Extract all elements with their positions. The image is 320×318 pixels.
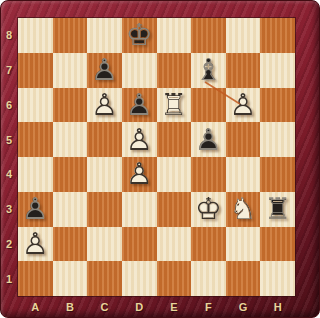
rank-label-7: 7 xyxy=(0,53,18,88)
piece-outline: ♔ xyxy=(122,18,157,53)
square-e4 xyxy=(157,157,192,192)
square-a1 xyxy=(18,261,53,296)
rank-label-6: 6 xyxy=(0,88,18,123)
square-e3 xyxy=(157,192,192,227)
square-f3: ♚♔ xyxy=(191,192,226,227)
square-h8 xyxy=(260,18,295,53)
rank-label-2: 2 xyxy=(0,227,18,262)
square-a4 xyxy=(18,157,53,192)
square-b7 xyxy=(53,53,88,88)
square-b4 xyxy=(53,157,88,192)
square-g8 xyxy=(226,18,261,53)
chess-diagram: 87654321 ABCDEFGH ♚♔♟♙♝♗♟♙♟♙♜♖♟♙♟♙♟♙♟♙♟♙… xyxy=(0,0,320,318)
square-f4 xyxy=(191,157,226,192)
square-h4 xyxy=(260,157,295,192)
file-label-c: C xyxy=(87,296,122,318)
square-h1 xyxy=(260,261,295,296)
black-pawn-c7: ♟♙ xyxy=(87,53,122,88)
square-c6: ♟♙ xyxy=(87,88,122,123)
square-e5 xyxy=(157,122,192,157)
file-label-b: B xyxy=(53,296,88,318)
piece-outline: ♙ xyxy=(87,53,122,88)
square-d2 xyxy=(122,227,157,262)
square-a2: ♟♙ xyxy=(18,227,53,262)
file-label-f: F xyxy=(191,296,226,318)
square-b1 xyxy=(53,261,88,296)
square-h2 xyxy=(260,227,295,262)
square-g4 xyxy=(226,157,261,192)
square-d4: ♟♙ xyxy=(122,157,157,192)
square-g5 xyxy=(226,122,261,157)
square-f1 xyxy=(191,261,226,296)
white-pawn-c6: ♟♙ xyxy=(87,88,122,123)
white-pawn-d4: ♟♙ xyxy=(122,157,157,192)
piece-outline: ♗ xyxy=(191,53,226,88)
square-c7: ♟♙ xyxy=(87,53,122,88)
square-g2 xyxy=(226,227,261,262)
file-label-e: E xyxy=(157,296,192,318)
rank-label-4: 4 xyxy=(0,157,18,192)
piece-outline: ♙ xyxy=(87,88,122,123)
rank-label-5: 5 xyxy=(0,122,18,157)
square-a6 xyxy=(18,88,53,123)
square-g6: ♟♙ xyxy=(226,88,261,123)
square-d1 xyxy=(122,261,157,296)
black-bishop-f7: ♝♗ xyxy=(191,53,226,88)
square-e2 xyxy=(157,227,192,262)
square-d3 xyxy=(122,192,157,227)
white-rook-e6: ♜♖ xyxy=(157,88,192,123)
square-c1 xyxy=(87,261,122,296)
piece-outline: ♙ xyxy=(122,157,157,192)
square-b6 xyxy=(53,88,88,123)
square-g3: ♞♘ xyxy=(226,192,261,227)
file-labels: ABCDEFGH xyxy=(18,296,295,318)
square-e7 xyxy=(157,53,192,88)
file-label-h: H xyxy=(260,296,295,318)
square-c5 xyxy=(87,122,122,157)
white-pawn-d5: ♟♙ xyxy=(122,122,157,157)
rank-labels: 87654321 xyxy=(0,18,18,296)
square-f5: ♟♙ xyxy=(191,122,226,157)
square-f2 xyxy=(191,227,226,262)
square-a8 xyxy=(18,18,53,53)
white-pawn-g6: ♟♙ xyxy=(226,88,261,123)
square-g7 xyxy=(226,53,261,88)
black-pawn-d6: ♟♙ xyxy=(122,88,157,123)
square-c8 xyxy=(87,18,122,53)
square-d8: ♚♔ xyxy=(122,18,157,53)
square-f8 xyxy=(191,18,226,53)
chess-board: ♚♔♟♙♝♗♟♙♟♙♜♖♟♙♟♙♟♙♟♙♟♙♚♔♞♘♜♖♟♙ xyxy=(18,18,295,296)
black-pawn-a3: ♟♙ xyxy=(18,192,53,227)
file-label-a: A xyxy=(18,296,53,318)
square-h5 xyxy=(260,122,295,157)
square-b2 xyxy=(53,227,88,262)
square-h7 xyxy=(260,53,295,88)
rank-label-3: 3 xyxy=(0,192,18,227)
square-b8 xyxy=(53,18,88,53)
piece-outline: ♘ xyxy=(226,192,261,227)
rank-label-1: 1 xyxy=(0,261,18,296)
square-b5 xyxy=(53,122,88,157)
square-d6: ♟♙ xyxy=(122,88,157,123)
square-e1 xyxy=(157,261,192,296)
file-label-g: G xyxy=(226,296,261,318)
square-c2 xyxy=(87,227,122,262)
black-rook-h3: ♜♖ xyxy=(260,192,295,227)
square-d7 xyxy=(122,53,157,88)
white-king-f3: ♚♔ xyxy=(191,192,226,227)
rank-label-8: 8 xyxy=(0,18,18,53)
white-pawn-a2: ♟♙ xyxy=(18,227,53,262)
piece-outline: ♔ xyxy=(191,192,226,227)
piece-outline: ♙ xyxy=(191,122,226,157)
black-king-d8: ♚♔ xyxy=(122,18,157,53)
file-label-d: D xyxy=(122,296,157,318)
piece-outline: ♙ xyxy=(18,227,53,262)
piece-outline: ♖ xyxy=(260,192,295,227)
piece-outline: ♙ xyxy=(226,88,261,123)
square-h6 xyxy=(260,88,295,123)
square-e6: ♜♖ xyxy=(157,88,192,123)
square-g1 xyxy=(226,261,261,296)
square-c4 xyxy=(87,157,122,192)
square-b3 xyxy=(53,192,88,227)
black-pawn-f5: ♟♙ xyxy=(191,122,226,157)
square-d5: ♟♙ xyxy=(122,122,157,157)
square-a7 xyxy=(18,53,53,88)
square-h3: ♜♖ xyxy=(260,192,295,227)
piece-outline: ♖ xyxy=(157,88,192,123)
square-f6 xyxy=(191,88,226,123)
square-c3 xyxy=(87,192,122,227)
piece-outline: ♙ xyxy=(122,88,157,123)
square-e8 xyxy=(157,18,192,53)
piece-outline: ♙ xyxy=(18,192,53,227)
white-knight-g3: ♞♘ xyxy=(226,192,261,227)
square-f7: ♝♗ xyxy=(191,53,226,88)
square-a5 xyxy=(18,122,53,157)
square-a3: ♟♙ xyxy=(18,192,53,227)
piece-outline: ♙ xyxy=(122,122,157,157)
